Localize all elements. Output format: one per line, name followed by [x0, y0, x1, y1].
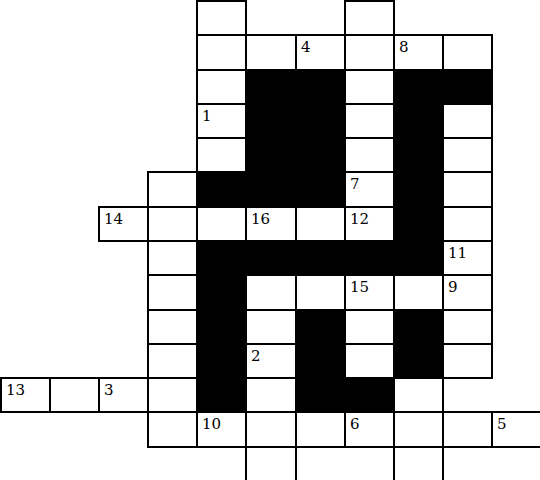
white-cell[interactable] — [393, 377, 444, 413]
white-cell[interactable] — [344, 69, 395, 105]
white-cell[interactable] — [147, 274, 198, 311]
white-cell[interactable]: 11 — [442, 240, 493, 276]
clue-number: 13 — [6, 382, 25, 399]
white-cell[interactable]: 16 — [245, 206, 297, 242]
white-cell[interactable] — [196, 0, 247, 36]
white-cell[interactable] — [147, 171, 198, 208]
black-cell — [196, 171, 247, 208]
white-cell[interactable] — [344, 137, 395, 173]
white-cell[interactable] — [295, 411, 346, 448]
white-cell[interactable]: 8 — [393, 34, 444, 71]
clue-number: 14 — [104, 211, 123, 228]
black-cell — [295, 69, 346, 105]
white-cell[interactable] — [295, 206, 346, 242]
white-cell[interactable] — [147, 377, 198, 413]
black-cell — [196, 274, 247, 311]
black-cell — [344, 377, 395, 413]
white-cell[interactable] — [442, 309, 493, 345]
black-cell — [393, 240, 444, 276]
clue-number: 4 — [301, 39, 311, 56]
black-cell — [196, 343, 247, 379]
black-cell — [295, 240, 346, 276]
white-cell[interactable] — [393, 411, 444, 448]
black-cell — [393, 206, 444, 242]
white-cell[interactable] — [442, 411, 493, 448]
black-cell — [295, 343, 346, 379]
white-cell[interactable]: 3 — [98, 377, 149, 413]
white-cell[interactable]: 2 — [245, 343, 297, 379]
clue-number: 10 — [202, 416, 221, 433]
white-cell[interactable] — [245, 377, 297, 413]
white-cell[interactable] — [344, 34, 395, 71]
clue-number: 2 — [251, 348, 261, 365]
white-cell[interactable] — [442, 103, 493, 139]
clue-number: 1 — [202, 108, 212, 125]
black-cell — [393, 309, 444, 345]
white-cell[interactable]: 9 — [442, 274, 493, 311]
white-cell[interactable] — [196, 137, 247, 173]
white-cell[interactable]: 5 — [491, 411, 540, 448]
white-cell[interactable] — [147, 240, 198, 276]
white-cell[interactable] — [442, 171, 493, 208]
white-cell[interactable] — [196, 34, 247, 71]
black-cell — [393, 103, 444, 139]
white-cell[interactable] — [196, 69, 247, 105]
clue-number: 16 — [251, 211, 270, 228]
white-cell[interactable]: 6 — [344, 411, 395, 448]
white-cell[interactable] — [344, 103, 395, 139]
white-cell[interactable] — [393, 274, 444, 311]
black-cell — [393, 343, 444, 379]
white-cell[interactable]: 4 — [295, 34, 346, 71]
white-cell[interactable] — [147, 206, 198, 242]
black-cell — [245, 103, 297, 139]
clue-number: 15 — [350, 279, 369, 296]
white-cell[interactable] — [245, 34, 297, 71]
black-cell — [295, 377, 346, 413]
clue-number: 3 — [104, 382, 114, 399]
black-cell — [295, 309, 346, 345]
white-cell[interactable] — [393, 446, 444, 480]
white-cell[interactable] — [245, 446, 297, 480]
white-cell[interactable] — [147, 411, 198, 448]
white-cell[interactable] — [49, 377, 100, 413]
black-cell — [393, 69, 444, 105]
black-cell — [196, 240, 247, 276]
white-cell[interactable] — [344, 0, 395, 36]
black-cell — [245, 137, 297, 173]
black-cell — [196, 309, 247, 345]
white-cell[interactable]: 13 — [0, 377, 51, 413]
white-cell[interactable]: 12 — [344, 206, 395, 242]
crossword-board: 48171416121115921331065 — [0, 0, 540, 480]
white-cell[interactable] — [295, 274, 346, 311]
clue-number: 11 — [448, 245, 467, 262]
white-cell[interactable] — [196, 206, 247, 242]
white-cell[interactable] — [442, 206, 493, 242]
white-cell[interactable] — [147, 309, 198, 345]
black-cell — [245, 69, 297, 105]
black-cell — [442, 69, 493, 105]
black-cell — [295, 137, 346, 173]
black-cell — [295, 171, 346, 208]
black-cell — [245, 171, 297, 208]
white-cell[interactable] — [442, 34, 493, 71]
black-cell — [196, 377, 247, 413]
clue-number: 5 — [497, 416, 507, 433]
white-cell[interactable] — [245, 411, 297, 448]
white-cell[interactable] — [344, 309, 395, 345]
white-cell[interactable]: 15 — [344, 274, 395, 311]
clue-number: 7 — [350, 176, 360, 193]
white-cell[interactable]: 7 — [344, 171, 395, 208]
white-cell[interactable] — [442, 343, 493, 379]
black-cell — [344, 240, 395, 276]
black-cell — [393, 171, 444, 208]
white-cell[interactable] — [147, 343, 198, 379]
white-cell[interactable] — [245, 309, 297, 345]
white-cell[interactable]: 10 — [196, 411, 247, 448]
white-cell[interactable]: 1 — [196, 103, 247, 139]
black-cell — [393, 137, 444, 173]
clue-number: 9 — [448, 279, 458, 296]
white-cell[interactable]: 14 — [98, 206, 149, 242]
white-cell[interactable] — [442, 137, 493, 173]
white-cell[interactable] — [245, 274, 297, 311]
black-cell — [295, 103, 346, 139]
black-cell — [245, 240, 297, 276]
clue-number: 6 — [350, 416, 360, 433]
white-cell[interactable] — [344, 343, 395, 379]
clue-number: 8 — [399, 39, 409, 56]
clue-number: 12 — [350, 211, 369, 228]
